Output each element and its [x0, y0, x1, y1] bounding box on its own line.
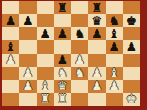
- square-a6[interactable]: [2, 27, 19, 40]
- square-g2[interactable]: ♟: [106, 80, 123, 93]
- white-rook[interactable]: ♜: [40, 93, 51, 105]
- square-h5[interactable]: ♟: [123, 40, 140, 53]
- square-e6[interactable]: ♞: [71, 27, 88, 40]
- square-c2[interactable]: ♝: [37, 80, 54, 93]
- black-knight[interactable]: ♞: [74, 27, 85, 39]
- black-knight[interactable]: ♞: [109, 14, 120, 26]
- square-c8[interactable]: [37, 1, 54, 14]
- square-a1[interactable]: [2, 93, 19, 106]
- square-b4[interactable]: [19, 54, 36, 67]
- square-h1[interactable]: ♚: [123, 93, 140, 106]
- black-pawn[interactable]: ♟: [57, 54, 68, 66]
- black-pawn[interactable]: ♟: [109, 40, 120, 52]
- square-g3[interactable]: ♝: [106, 67, 123, 80]
- square-d3[interactable]: ♞: [54, 67, 71, 80]
- square-h2[interactable]: [123, 80, 140, 93]
- square-a8[interactable]: [2, 1, 19, 14]
- square-e4[interactable]: ♟: [71, 54, 88, 67]
- square-f7[interactable]: ♛: [88, 14, 105, 27]
- square-e7[interactable]: [71, 14, 88, 27]
- square-g1[interactable]: [106, 93, 123, 106]
- square-c5[interactable]: [37, 40, 54, 53]
- square-d1[interactable]: ♜: [54, 93, 71, 106]
- white-pawn[interactable]: ♟: [5, 54, 16, 66]
- black-bishop[interactable]: ♝: [5, 40, 16, 52]
- square-h8[interactable]: [123, 1, 140, 14]
- black-queen[interactable]: ♛: [91, 14, 102, 26]
- square-f4[interactable]: [88, 54, 105, 67]
- square-g8[interactable]: [106, 1, 123, 14]
- square-g6[interactable]: ♝: [106, 27, 123, 40]
- black-rook[interactable]: ♜: [91, 1, 102, 13]
- square-a4[interactable]: ♟: [2, 54, 19, 67]
- white-pawn[interactable]: ♟: [22, 67, 33, 79]
- white-pawn[interactable]: ♟: [74, 54, 85, 66]
- square-e3[interactable]: ♞: [71, 67, 88, 80]
- white-knight[interactable]: ♞: [57, 67, 68, 79]
- square-b3[interactable]: ♟: [19, 67, 36, 80]
- square-c6[interactable]: ♟: [37, 27, 54, 40]
- square-f2[interactable]: ♟: [88, 80, 105, 93]
- white-pawn[interactable]: ♟: [109, 80, 120, 92]
- white-bishop[interactable]: ♝: [109, 67, 120, 79]
- square-f3[interactable]: ♟: [88, 67, 105, 80]
- white-bishop[interactable]: ♝: [40, 80, 51, 92]
- square-b1[interactable]: [19, 93, 36, 106]
- black-pawn[interactable]: ♟: [57, 27, 68, 39]
- chess-board[interactable]: ♜♜♟♟♛♞♚♟♟♞♟♝♝♟♟♟♟♟♟♞♞♟♝♟♝♛♟♟♜♜♚: [2, 1, 140, 106]
- square-c3[interactable]: [37, 67, 54, 80]
- white-king[interactable]: ♚: [126, 93, 137, 105]
- black-pawn[interactable]: ♟: [91, 27, 102, 39]
- square-h6[interactable]: [123, 27, 140, 40]
- square-a5[interactable]: ♝: [2, 40, 19, 53]
- square-c7[interactable]: [37, 14, 54, 27]
- square-d2[interactable]: ♛: [54, 80, 71, 93]
- square-c1[interactable]: ♜: [37, 93, 54, 106]
- black-pawn[interactable]: ♟: [40, 27, 51, 39]
- white-queen[interactable]: ♛: [57, 80, 68, 92]
- square-a3[interactable]: [2, 67, 19, 80]
- square-e1[interactable]: [71, 93, 88, 106]
- black-pawn[interactable]: ♟: [126, 40, 137, 52]
- square-e2[interactable]: [71, 80, 88, 93]
- black-pawn[interactable]: ♟: [22, 14, 33, 26]
- square-g7[interactable]: ♞: [106, 14, 123, 27]
- white-pawn[interactable]: ♟: [22, 80, 33, 92]
- square-d5[interactable]: [54, 40, 71, 53]
- square-g5[interactable]: ♟: [106, 40, 123, 53]
- square-e5[interactable]: [71, 40, 88, 53]
- square-d8[interactable]: ♜: [54, 1, 71, 14]
- white-rook[interactable]: ♜: [57, 93, 68, 105]
- square-e8[interactable]: [71, 1, 88, 14]
- square-d7[interactable]: [54, 14, 71, 27]
- black-rook[interactable]: ♜: [57, 1, 68, 13]
- square-g4[interactable]: [106, 54, 123, 67]
- black-king[interactable]: ♚: [126, 14, 137, 26]
- square-b7[interactable]: ♟: [19, 14, 36, 27]
- square-b8[interactable]: [19, 1, 36, 14]
- square-f6[interactable]: ♟: [88, 27, 105, 40]
- square-f5[interactable]: [88, 40, 105, 53]
- square-h7[interactable]: ♚: [123, 14, 140, 27]
- square-f1[interactable]: [88, 93, 105, 106]
- black-pawn[interactable]: ♟: [5, 14, 16, 26]
- black-bishop[interactable]: ♝: [109, 27, 120, 39]
- square-c4[interactable]: [37, 54, 54, 67]
- square-h4[interactable]: [123, 54, 140, 67]
- white-pawn[interactable]: ♟: [91, 67, 102, 79]
- square-d4[interactable]: ♟: [54, 54, 71, 67]
- white-knight[interactable]: ♞: [74, 67, 85, 79]
- board-border: ♜♜♟♟♛♞♚♟♟♞♟♝♝♟♟♟♟♟♟♞♞♟♝♟♝♛♟♟♜♜♚: [0, 0, 147, 110]
- square-a7[interactable]: ♟: [2, 14, 19, 27]
- square-a2[interactable]: [2, 80, 19, 93]
- square-d6[interactable]: ♟: [54, 27, 71, 40]
- white-pawn[interactable]: ♟: [91, 80, 102, 92]
- square-b6[interactable]: [19, 27, 36, 40]
- square-b5[interactable]: [19, 40, 36, 53]
- square-f8[interactable]: ♜: [88, 1, 105, 14]
- square-b2[interactable]: ♟: [19, 80, 36, 93]
- square-h3[interactable]: [123, 67, 140, 80]
